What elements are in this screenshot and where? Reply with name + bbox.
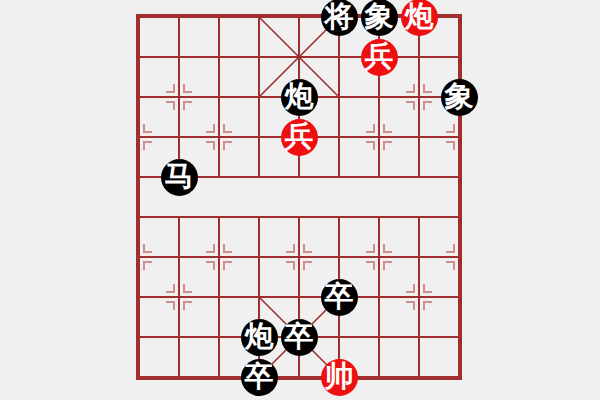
position-mark	[223, 261, 232, 270]
piece-red-general[interactable]: 帅	[321, 359, 358, 396]
xiangqi-board: 将象炮兵炮象兵马卒炮卒卒帅	[0, 0, 600, 400]
position-mark	[406, 101, 415, 110]
position-mark	[406, 84, 415, 93]
position-mark	[286, 261, 295, 270]
position-mark	[383, 124, 392, 133]
position-mark	[183, 301, 192, 310]
position-mark	[406, 284, 415, 293]
position-mark	[206, 261, 215, 270]
position-mark	[183, 84, 192, 93]
piece-black-cannon-2[interactable]: 炮	[241, 319, 278, 356]
piece-glyph: 炮	[405, 2, 434, 31]
piece-black-horse[interactable]: 马	[161, 159, 198, 196]
piece-black-elephant-1[interactable]: 象	[361, 0, 398, 36]
position-mark	[183, 284, 192, 293]
position-mark	[166, 301, 175, 310]
piece-red-soldier-1[interactable]: 兵	[361, 39, 398, 76]
position-mark	[166, 101, 175, 110]
piece-glyph: 象	[445, 82, 474, 111]
position-mark	[303, 244, 312, 253]
piece-black-soldier-2[interactable]: 卒	[281, 319, 318, 356]
piece-glyph: 兵	[365, 42, 394, 71]
position-mark	[143, 124, 152, 133]
position-mark	[206, 244, 215, 253]
position-mark	[406, 301, 415, 310]
piece-glyph: 马	[165, 162, 194, 191]
position-mark	[423, 284, 432, 293]
piece-black-cannon-1[interactable]: 炮	[281, 79, 318, 116]
piece-glyph: 炮	[245, 322, 274, 351]
position-mark	[423, 301, 432, 310]
position-mark	[166, 84, 175, 93]
position-mark	[223, 141, 232, 150]
position-mark	[366, 244, 375, 253]
position-mark	[206, 124, 215, 133]
position-mark	[366, 261, 375, 270]
position-mark	[223, 244, 232, 253]
position-mark	[366, 124, 375, 133]
position-mark	[223, 124, 232, 133]
piece-black-general[interactable]: 将	[321, 0, 358, 36]
position-mark	[383, 261, 392, 270]
piece-glyph: 兵	[285, 122, 314, 151]
position-mark	[446, 124, 455, 133]
piece-glyph: 炮	[285, 82, 314, 111]
position-mark	[183, 101, 192, 110]
piece-glyph: 卒	[285, 322, 314, 351]
piece-red-soldier-2[interactable]: 兵	[281, 119, 318, 156]
position-mark	[446, 244, 455, 253]
position-mark	[166, 284, 175, 293]
piece-glyph: 卒	[245, 362, 274, 391]
position-mark	[143, 141, 152, 150]
position-mark	[383, 244, 392, 253]
position-mark	[423, 101, 432, 110]
piece-black-soldier-1[interactable]: 卒	[321, 279, 358, 316]
piece-black-elephant-2[interactable]: 象	[441, 79, 478, 116]
position-mark	[446, 141, 455, 150]
position-mark	[383, 141, 392, 150]
position-mark	[143, 261, 152, 270]
position-mark	[423, 84, 432, 93]
piece-glyph: 将	[325, 2, 354, 31]
position-mark	[366, 141, 375, 150]
piece-red-cannon[interactable]: 炮	[401, 0, 438, 36]
position-mark	[143, 244, 152, 253]
position-mark	[303, 261, 312, 270]
position-mark	[206, 141, 215, 150]
piece-glyph: 象	[365, 2, 394, 31]
piece-black-soldier-3[interactable]: 卒	[241, 359, 278, 396]
position-mark	[446, 261, 455, 270]
piece-glyph: 帅	[325, 362, 354, 391]
position-mark	[286, 244, 295, 253]
piece-glyph: 卒	[325, 282, 354, 311]
